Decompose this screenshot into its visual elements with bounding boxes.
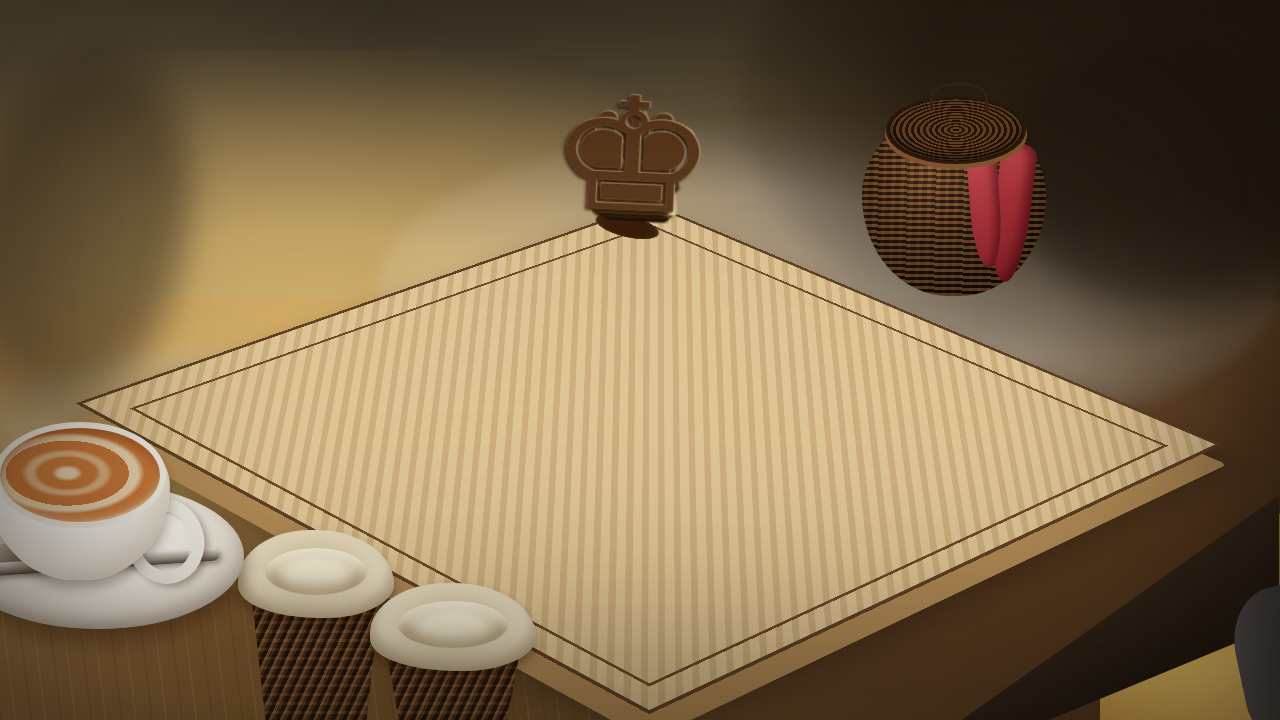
piece-black-pawn[interactable]: ♟ (525, 144, 754, 236)
piece-shadow (584, 209, 671, 244)
piece-shadow (584, 209, 671, 244)
piece-shadow (584, 209, 671, 244)
piece-white-pawn[interactable]: ♟ (525, 144, 754, 236)
piece-shadow (584, 209, 671, 244)
piece-shadow (584, 209, 671, 244)
piece-black-pawn[interactable]: ♟ (525, 144, 754, 236)
piece-black-pawn[interactable]: ♟ (525, 144, 754, 236)
piece-shadow (584, 209, 671, 244)
piece-shadow (584, 209, 671, 244)
piece-black-bishop[interactable]: ♝ (520, 105, 751, 238)
chessboard-scene: ♜♞♝♚♛♝♞♜♟♟♟♟♟♟♟♟♟♟♟♟♟♟♟♟♜♞♝♛♚♝♞♜ (0, 0, 1280, 720)
board-tilt-wrapper: ♜♞♝♚♛♝♞♜♟♟♟♟♟♟♟♟♟♟♟♟♟♟♟♟♜♞♝♛♚♝♞♜ (0, 0, 1280, 720)
piece-shadow (584, 209, 671, 244)
piece-shadow (584, 209, 671, 244)
piece-shadow (584, 209, 671, 244)
piece-shadow (584, 209, 671, 244)
piece-white-pawn[interactable]: ♟ (525, 144, 754, 236)
piece-white-bishop[interactable]: ♝ (520, 105, 751, 238)
piece-black-pawn[interactable]: ♟ (525, 144, 754, 236)
photo-stage: ♜♞♝♚♛♝♞♜♟♟♟♟♟♟♟♟♟♟♟♟♟♟♟♟♜♞♝♛♚♝♞♜ (0, 0, 1280, 720)
piece-white-pawn[interactable]: ♟ (525, 144, 754, 236)
piece-shadow (584, 209, 671, 244)
piece-white-rook[interactable]: ♜ (523, 128, 753, 237)
piece-black-knight[interactable]: ♞ (521, 108, 752, 237)
piece-shadow (584, 209, 671, 244)
cloth-cavity (265, 548, 368, 596)
cloth-cavity (398, 601, 508, 649)
piece-shadow (584, 209, 671, 244)
piece-black-knight[interactable]: ♞ (521, 108, 752, 237)
piece-shadow (584, 209, 671, 244)
piece-shadow (584, 209, 671, 244)
piece-white-knight[interactable]: ♞ (521, 108, 752, 237)
piece-shadow (584, 209, 671, 244)
piece-shadow (584, 209, 671, 244)
piece-shadow (584, 209, 671, 244)
piece-shadow (584, 209, 671, 244)
piece-shadow (584, 209, 671, 244)
latte-art-swirl (0, 428, 160, 522)
piece-white-pawn[interactable]: ♟ (525, 144, 754, 236)
wicker-cup-right (370, 583, 536, 720)
piece-shadow (584, 209, 671, 244)
piece-black-pawn[interactable]: ♟ (525, 144, 754, 236)
piece-black-bishop[interactable]: ♝ (520, 105, 751, 238)
piece-white-king[interactable]: ♚ (516, 72, 749, 239)
piece-shadow (584, 209, 671, 244)
piece-white-knight[interactable]: ♞ (521, 108, 752, 237)
piece-shadow (584, 209, 671, 244)
piece-shadow (584, 209, 671, 244)
piece-white-pawn[interactable]: ♟ (525, 144, 754, 236)
piece-white-rook[interactable]: ♜ (523, 128, 753, 237)
piece-shadow (584, 209, 671, 244)
piece-white-pawn[interactable]: ♟ (525, 144, 754, 236)
piece-black-pawn[interactable]: ♟ (525, 144, 754, 236)
piece-black-rook[interactable]: ♜ (523, 128, 753, 237)
piece-white-pawn[interactable]: ♟ (525, 144, 754, 236)
piece-black-queen[interactable]: ♛ (518, 87, 750, 239)
piece-shadow (584, 209, 671, 244)
piece-shadow (584, 209, 671, 244)
piece-shadow (584, 209, 671, 244)
piece-white-pawn[interactable]: ♟ (525, 144, 754, 236)
piece-shadow (584, 209, 671, 244)
piece-black-rook[interactable]: ♜ (523, 128, 753, 237)
piece-black-pawn[interactable]: ♟ (525, 144, 754, 236)
piece-black-king[interactable]: ♚ (516, 72, 749, 239)
piece-white-bishop[interactable]: ♝ (520, 105, 751, 238)
cloth-liner (370, 583, 536, 671)
piece-white-queen[interactable]: ♛ (518, 87, 750, 239)
piece-black-pawn[interactable]: ♟ (525, 144, 754, 236)
piece-shadow (584, 209, 671, 244)
piece-shadow (584, 209, 671, 244)
